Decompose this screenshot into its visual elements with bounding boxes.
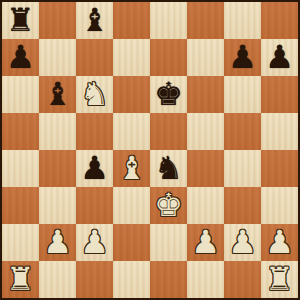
square-c1[interactable] <box>76 261 113 298</box>
square-f8[interactable] <box>187 2 224 39</box>
square-g5[interactable] <box>224 113 261 150</box>
square-f2[interactable]: ♟ <box>187 224 224 261</box>
square-g2[interactable]: ♟ <box>224 224 261 261</box>
square-b5[interactable] <box>39 113 76 150</box>
square-h4[interactable] <box>261 150 298 187</box>
square-b1[interactable] <box>39 261 76 298</box>
square-c8[interactable]: ♝ <box>76 2 113 39</box>
square-h5[interactable] <box>261 113 298 150</box>
square-f7[interactable] <box>187 39 224 76</box>
square-a7[interactable]: ♟ <box>2 39 39 76</box>
white-bishop[interactable]: ♝ <box>117 152 146 184</box>
black-pawn[interactable]: ♟ <box>6 41 35 73</box>
square-d2[interactable] <box>113 224 150 261</box>
square-d4[interactable]: ♝ <box>113 150 150 187</box>
black-bishop[interactable]: ♝ <box>43 78 72 110</box>
white-pawn[interactable]: ♟ <box>191 226 220 258</box>
square-a6[interactable] <box>2 76 39 113</box>
square-b6[interactable]: ♝ <box>39 76 76 113</box>
square-e8[interactable] <box>150 2 187 39</box>
square-e4[interactable]: ♞ <box>150 150 187 187</box>
square-e6[interactable]: ♚ <box>150 76 187 113</box>
black-pawn[interactable]: ♟ <box>265 41 294 73</box>
square-c6[interactable]: ♞ <box>76 76 113 113</box>
square-c2[interactable]: ♟ <box>76 224 113 261</box>
square-d6[interactable] <box>113 76 150 113</box>
square-a2[interactable] <box>2 224 39 261</box>
square-a3[interactable] <box>2 187 39 224</box>
square-f5[interactable] <box>187 113 224 150</box>
square-h2[interactable]: ♟ <box>261 224 298 261</box>
square-g1[interactable] <box>224 261 261 298</box>
black-bishop[interactable]: ♝ <box>80 4 109 36</box>
square-a1[interactable]: ♜ <box>2 261 39 298</box>
square-b4[interactable] <box>39 150 76 187</box>
square-e5[interactable] <box>150 113 187 150</box>
square-g3[interactable] <box>224 187 261 224</box>
black-rook[interactable]: ♜ <box>6 4 35 36</box>
white-pawn[interactable]: ♟ <box>265 226 294 258</box>
square-e7[interactable] <box>150 39 187 76</box>
square-d3[interactable] <box>113 187 150 224</box>
square-c5[interactable] <box>76 113 113 150</box>
square-e2[interactable] <box>150 224 187 261</box>
square-g4[interactable] <box>224 150 261 187</box>
white-rook[interactable]: ♜ <box>265 263 294 295</box>
square-c3[interactable] <box>76 187 113 224</box>
square-h3[interactable] <box>261 187 298 224</box>
square-f3[interactable] <box>187 187 224 224</box>
square-d5[interactable] <box>113 113 150 150</box>
square-e3[interactable]: ♚ <box>150 187 187 224</box>
square-a5[interactable] <box>2 113 39 150</box>
chess-board: ♜♝♟♟♟♝♞♚♟♝♞♚♟♟♟♟♟♜♜ <box>2 2 298 298</box>
square-b3[interactable] <box>39 187 76 224</box>
square-h7[interactable]: ♟ <box>261 39 298 76</box>
square-d7[interactable] <box>113 39 150 76</box>
square-f1[interactable] <box>187 261 224 298</box>
square-g7[interactable]: ♟ <box>224 39 261 76</box>
square-g6[interactable] <box>224 76 261 113</box>
square-h1[interactable]: ♜ <box>261 261 298 298</box>
white-king[interactable]: ♚ <box>154 189 183 221</box>
square-b8[interactable] <box>39 2 76 39</box>
square-b7[interactable] <box>39 39 76 76</box>
square-f4[interactable] <box>187 150 224 187</box>
black-king[interactable]: ♚ <box>154 78 183 110</box>
white-rook[interactable]: ♜ <box>6 263 35 295</box>
square-e1[interactable] <box>150 261 187 298</box>
square-f6[interactable] <box>187 76 224 113</box>
square-d8[interactable] <box>113 2 150 39</box>
square-a8[interactable]: ♜ <box>2 2 39 39</box>
square-h6[interactable] <box>261 76 298 113</box>
square-c4[interactable]: ♟ <box>76 150 113 187</box>
square-a4[interactable] <box>2 150 39 187</box>
black-knight[interactable]: ♞ <box>154 152 183 184</box>
white-pawn[interactable]: ♟ <box>80 226 109 258</box>
chess-board-frame: ♜♝♟♟♟♝♞♚♟♝♞♚♟♟♟♟♟♜♜ <box>0 0 300 300</box>
white-pawn[interactable]: ♟ <box>228 226 257 258</box>
black-pawn[interactable]: ♟ <box>228 41 257 73</box>
black-pawn[interactable]: ♟ <box>80 152 109 184</box>
white-pawn[interactable]: ♟ <box>43 226 72 258</box>
white-knight[interactable]: ♞ <box>80 78 109 110</box>
square-b2[interactable]: ♟ <box>39 224 76 261</box>
square-d1[interactable] <box>113 261 150 298</box>
square-g8[interactable] <box>224 2 261 39</box>
square-c7[interactable] <box>76 39 113 76</box>
square-h8[interactable] <box>261 2 298 39</box>
